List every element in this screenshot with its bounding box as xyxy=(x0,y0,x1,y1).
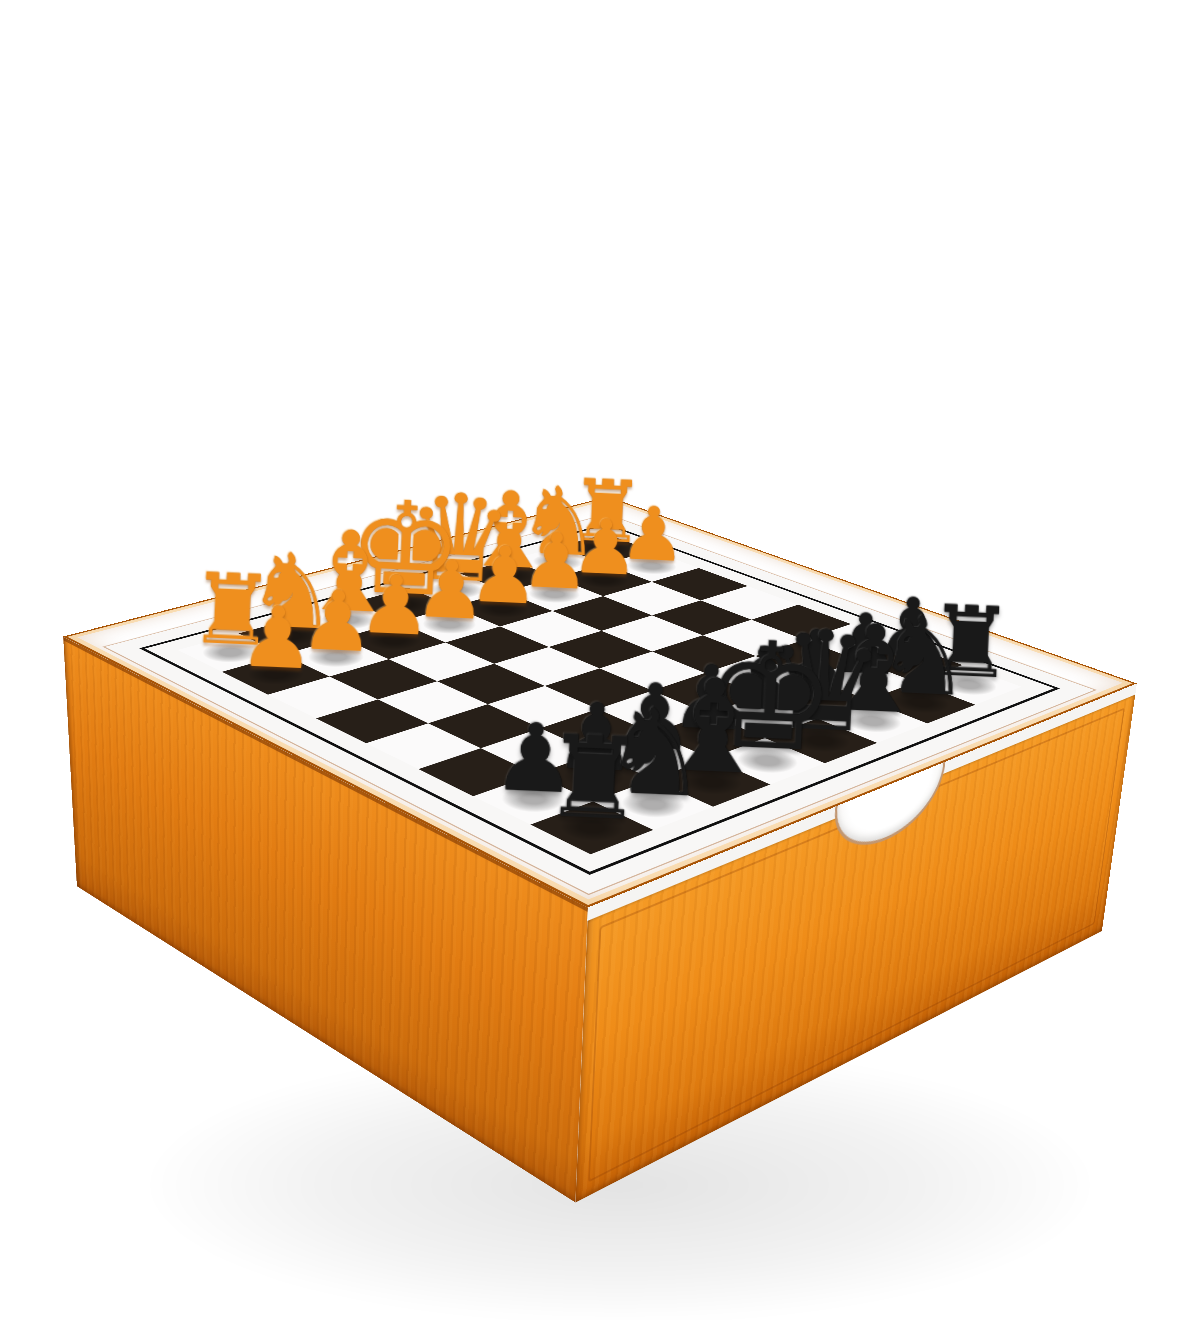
piece-black-rook-h8[interactable]: ♜ xyxy=(541,723,647,834)
scene: ♜♟♞♟♝♟♛♟♚♟♝♟♟♞♜♟♟♜♞♟♟♝♟♛♟♚♟♝♟♞♟♜ xyxy=(0,0,1200,1320)
chess-box: ♜♟♞♟♝♟♛♟♚♟♝♟♟♞♜♟♟♜♞♟♟♝♟♛♟♚♟♝♟♞♟♜ xyxy=(63,497,1137,908)
piece-white-pawn-h2[interactable]: ♟ xyxy=(238,596,317,679)
stage: ♜♟♞♟♝♟♛♟♚♟♝♟♟♞♜♟♟♜♞♟♟♝♟♛♟♚♟♝♟♞♟♜ xyxy=(0,0,1200,1320)
